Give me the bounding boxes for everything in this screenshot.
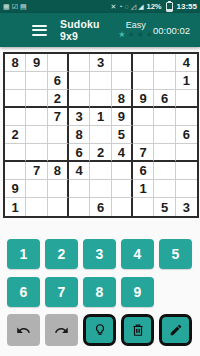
cell-r5c2[interactable] (26, 126, 47, 144)
cell-r2c1[interactable] (5, 72, 26, 90)
cell-r9c8[interactable]: 5 (154, 198, 175, 216)
cell-r9c4[interactable] (69, 198, 90, 216)
cell-r9c1[interactable]: 1 (5, 198, 26, 216)
cell-r5c9[interactable]: 6 (176, 126, 197, 144)
cell-r7c8[interactable] (154, 162, 175, 180)
cell-r8c1[interactable]: 9 (5, 180, 26, 198)
cell-r1c6[interactable] (112, 54, 133, 72)
cell-r3c1[interactable] (5, 90, 26, 108)
cell-r6c3[interactable] (48, 144, 69, 162)
cell-r7c7[interactable]: 6 (133, 162, 154, 180)
redo-button[interactable] (45, 314, 78, 346)
cell-r6c7[interactable]: 7 (133, 144, 154, 162)
cell-r2c9[interactable]: 1 (176, 72, 197, 90)
cell-r9c5[interactable]: 6 (90, 198, 111, 216)
alarm-icon: ◔ (118, 3, 122, 10)
difficulty-label: Easy (118, 21, 153, 30)
cell-r3c2[interactable] (26, 90, 47, 108)
cell-r2c2[interactable] (26, 72, 47, 90)
cell-r6c2[interactable] (26, 144, 47, 162)
battery-percent: 12% (147, 2, 162, 11)
battery-icon (166, 2, 173, 12)
status-bar: ▦ ☑ ▤ ✕ ◔ ◌ ◿ ◢ 12% 13:55 (0, 0, 200, 13)
cell-r2c8[interactable] (154, 72, 175, 90)
cell-r5c5[interactable] (90, 126, 111, 144)
cell-r8c7[interactable]: 1 (133, 180, 154, 198)
cell-r5c3[interactable] (48, 126, 69, 144)
cell-r1c7[interactable] (133, 54, 154, 72)
cell-r8c5[interactable] (90, 180, 111, 198)
numpad-row-2: 6 7 8 9 (0, 277, 200, 307)
cell-r1c9[interactable]: 4 (176, 54, 197, 72)
cell-r3c9[interactable] (176, 90, 197, 108)
cell-r6c5[interactable]: 2 (90, 144, 111, 162)
cell-r2c6[interactable] (112, 72, 133, 90)
cell-r8c4[interactable] (69, 180, 90, 198)
cell-r7c3[interactable]: 8 (48, 162, 69, 180)
numpad-row-1: 1 2 3 4 5 (0, 239, 200, 269)
cell-r2c4[interactable] (69, 72, 90, 90)
undo-arrow-icon (16, 323, 31, 338)
toolbar (0, 314, 200, 346)
cell-r7c4[interactable]: 4 (69, 162, 90, 180)
sudoku-board: 89346128967319285662477846911653 (3, 52, 199, 218)
cell-r3c8[interactable]: 6 (154, 90, 175, 108)
cell-r4c1[interactable] (5, 108, 26, 126)
screenshot-icon: ▦ (3, 3, 10, 10)
undo-button[interactable] (7, 314, 40, 346)
difficulty-stars: ★★★★ (118, 31, 153, 39)
cell-r3c7[interactable]: 9 (133, 90, 154, 108)
cell-r6c9[interactable] (176, 144, 197, 162)
cell-r5c6[interactable]: 5 (112, 126, 133, 144)
cell-r8c8[interactable] (154, 180, 175, 198)
app-screen: ▦ ☑ ▤ ✕ ◔ ◌ ◿ ◢ 12% 13:55 Sudoku 9x9 Eas… (0, 0, 200, 356)
trash-icon (131, 323, 145, 337)
num-button-5[interactable]: 5 (159, 239, 192, 269)
cell-r7c5[interactable] (90, 162, 111, 180)
cell-r4c8[interactable] (154, 108, 175, 126)
cell-r4c5[interactable]: 1 (90, 108, 111, 126)
cell-r9c7[interactable] (133, 198, 154, 216)
cell-r1c1[interactable]: 8 (5, 54, 26, 72)
cell-r9c6[interactable] (112, 198, 133, 216)
cell-r3c4[interactable] (69, 90, 90, 108)
redo-arrow-icon (54, 323, 69, 338)
num-button-2[interactable]: 2 (45, 239, 78, 269)
cell-r9c3[interactable] (48, 198, 69, 216)
cell-r8c3[interactable] (48, 180, 69, 198)
menu-button[interactable] (32, 22, 47, 38)
num-button-1[interactable]: 1 (7, 239, 40, 269)
num-button-6[interactable]: 6 (7, 277, 40, 307)
data-circle-icon: ◌ (125, 3, 129, 10)
cell-r6c1[interactable] (5, 144, 26, 162)
cell-r8c2[interactable] (26, 180, 47, 198)
cell-r5c7[interactable] (133, 126, 154, 144)
cell-r1c2[interactable]: 9 (26, 54, 47, 72)
num-button-8[interactable]: 8 (83, 277, 116, 307)
cell-r3c6[interactable]: 8 (112, 90, 133, 108)
cell-r6c4[interactable]: 6 (69, 144, 90, 162)
cell-r6c6[interactable]: 4 (112, 144, 133, 162)
cell-r3c5[interactable] (90, 90, 111, 108)
cell-r7c6[interactable] (112, 162, 133, 180)
cell-r4c4[interactable]: 3 (69, 108, 90, 126)
cell-r1c3[interactable] (48, 54, 69, 72)
cell-r9c2[interactable] (26, 198, 47, 216)
cell-r7c9[interactable] (176, 162, 197, 180)
cell-signal-icon: ◢ (138, 3, 143, 10)
cell-r8c6[interactable] (112, 180, 133, 198)
page-title: Sudoku 9x9 (60, 18, 118, 42)
cell-r7c2[interactable]: 7 (26, 162, 47, 180)
lightbulb-icon (93, 323, 107, 337)
wifi-signal-icon: ◿ (131, 3, 136, 10)
cell-r5c8[interactable] (154, 126, 175, 144)
num-button-4[interactable]: 4 (121, 239, 154, 269)
message-icon: ▤ (20, 3, 27, 10)
cell-r6c8[interactable] (154, 144, 175, 162)
cell-r4c7[interactable] (133, 108, 154, 126)
num-button-3[interactable]: 3 (83, 239, 116, 269)
cell-r4c6[interactable]: 9 (112, 108, 133, 126)
pencil-button[interactable] (159, 314, 192, 346)
cell-r2c3[interactable]: 6 (48, 72, 69, 90)
cell-r4c2[interactable] (26, 108, 47, 126)
check-icon: ☑ (12, 3, 18, 10)
erase-button[interactable] (121, 314, 154, 346)
app-bar: Sudoku 9x9 Easy ★★★★ 00:00:02 (0, 13, 200, 47)
cell-r5c4[interactable]: 8 (69, 126, 90, 144)
cell-r9c9[interactable]: 3 (176, 198, 197, 216)
num-button-7[interactable]: 7 (45, 277, 78, 307)
num-button-9[interactable]: 9 (121, 277, 154, 307)
cell-r1c8[interactable] (154, 54, 175, 72)
cell-r1c5[interactable]: 3 (90, 54, 111, 72)
cell-r5c1[interactable]: 2 (5, 126, 26, 144)
status-bar-right: ✕ ◔ ◌ ◿ ◢ 12% 13:55 (110, 2, 197, 12)
cell-r4c9[interactable] (176, 108, 197, 126)
cell-r3c3[interactable]: 2 (48, 90, 69, 108)
mute-icon: ✕ (110, 3, 116, 10)
cell-r2c5[interactable] (90, 72, 111, 90)
star-icon: ★ (118, 31, 125, 39)
star-icon: ★ (137, 31, 144, 39)
star-icon: ★ (128, 31, 135, 39)
status-bar-left: ▦ ☑ ▤ (3, 3, 27, 10)
game-timer: 00:00:02 (153, 25, 190, 36)
cell-r2c7[interactable] (133, 72, 154, 90)
difficulty-block: Easy ★★★★ (118, 21, 153, 39)
status-time: 13:55 (177, 2, 197, 11)
pencil-icon (169, 323, 183, 337)
hint-button[interactable] (83, 314, 116, 346)
cell-r7c1[interactable] (5, 162, 26, 180)
star-icon: ★ (146, 31, 153, 39)
cell-r8c9[interactable] (176, 180, 197, 198)
cell-r4c3[interactable]: 7 (48, 108, 69, 126)
cell-r1c4[interactable] (69, 54, 90, 72)
